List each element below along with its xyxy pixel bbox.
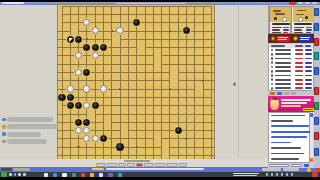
move-control-button[interactable] bbox=[136, 163, 143, 167]
board-intersection[interactable] bbox=[83, 52, 91, 60]
board-intersection[interactable] bbox=[116, 35, 124, 43]
edge-app-button[interactable] bbox=[314, 117, 319, 125]
board-intersection[interactable] bbox=[108, 52, 116, 60]
board-intersection[interactable] bbox=[124, 118, 132, 126]
board-intersection[interactable] bbox=[182, 110, 190, 118]
board-intersection[interactable] bbox=[174, 110, 182, 118]
board-intersection[interactable] bbox=[174, 52, 182, 60]
board-intersection[interactable] bbox=[99, 10, 107, 18]
board-intersection[interactable] bbox=[108, 126, 116, 134]
board-intersection[interactable] bbox=[132, 68, 140, 76]
board-intersection[interactable] bbox=[141, 110, 149, 118]
board-intersection[interactable] bbox=[141, 77, 149, 85]
board-intersection[interactable] bbox=[108, 85, 116, 93]
board-intersection[interactable] bbox=[149, 68, 157, 76]
board-intersection[interactable] bbox=[91, 77, 99, 85]
move-control-button[interactable] bbox=[179, 163, 187, 167]
board-intersection[interactable] bbox=[149, 118, 157, 126]
statusbar-right-button[interactable] bbox=[262, 168, 281, 172]
board-intersection[interactable] bbox=[74, 143, 82, 151]
player-card-left[interactable] bbox=[269, 6, 291, 34]
board-intersection[interactable] bbox=[191, 27, 199, 35]
board-intersection[interactable] bbox=[199, 2, 207, 10]
board-intersection[interactable] bbox=[157, 101, 165, 109]
tray-icon[interactable] bbox=[281, 173, 283, 175]
board-intersection[interactable] bbox=[141, 60, 149, 68]
board-intersection[interactable] bbox=[166, 68, 174, 76]
board-intersection[interactable] bbox=[166, 143, 174, 151]
board-intersection[interactable] bbox=[141, 2, 149, 10]
board-intersection[interactable] bbox=[74, 93, 82, 101]
board-intersection[interactable] bbox=[58, 35, 66, 43]
board-intersection[interactable] bbox=[141, 35, 149, 43]
titlebar-button[interactable] bbox=[305, 2, 310, 4]
board-intersection[interactable] bbox=[132, 2, 140, 10]
board-intersection[interactable] bbox=[191, 35, 199, 43]
board-intersection[interactable] bbox=[99, 2, 107, 10]
board-intersection[interactable] bbox=[199, 10, 207, 18]
board-intersection[interactable] bbox=[91, 110, 99, 118]
board-intersection[interactable] bbox=[108, 93, 116, 101]
board-intersection[interactable] bbox=[132, 85, 140, 93]
board-intersection[interactable] bbox=[108, 10, 116, 18]
board-intersection[interactable] bbox=[99, 18, 107, 26]
board-intersection[interactable] bbox=[191, 77, 199, 85]
board-intersection[interactable] bbox=[124, 93, 132, 101]
board-intersection[interactable] bbox=[124, 126, 132, 134]
board-intersection[interactable] bbox=[124, 77, 132, 85]
tray-icon[interactable] bbox=[286, 173, 288, 175]
statusbar-red-icon[interactable] bbox=[316, 168, 320, 171]
board-intersection[interactable] bbox=[207, 60, 215, 68]
statusbar-right-button2[interactable] bbox=[283, 168, 299, 172]
board-intersection[interactable] bbox=[116, 52, 124, 60]
chat-scrollbar-thumb[interactable] bbox=[310, 113, 313, 118]
board-intersection[interactable] bbox=[58, 43, 66, 51]
edge-app-button[interactable] bbox=[314, 23, 319, 31]
board-intersection[interactable] bbox=[66, 135, 74, 143]
board-intersection[interactable] bbox=[91, 10, 99, 18]
mini-toolbar-button[interactable] bbox=[284, 92, 290, 95]
board-intersection[interactable] bbox=[166, 10, 174, 18]
board-intersection[interactable] bbox=[207, 2, 215, 10]
board-intersection[interactable] bbox=[91, 126, 99, 134]
board-intersection[interactable] bbox=[108, 135, 116, 143]
board-intersection[interactable] bbox=[149, 18, 157, 26]
board-intersection[interactable] bbox=[157, 110, 165, 118]
board-intersection[interactable] bbox=[141, 43, 149, 51]
board-intersection[interactable] bbox=[108, 118, 116, 126]
board-intersection[interactable] bbox=[99, 77, 107, 85]
board-intersection[interactable] bbox=[124, 52, 132, 60]
board-intersection[interactable] bbox=[99, 93, 107, 101]
board-intersection[interactable] bbox=[191, 110, 199, 118]
board-intersection[interactable] bbox=[207, 101, 215, 109]
board-intersection[interactable] bbox=[91, 18, 99, 26]
board-intersection[interactable] bbox=[99, 27, 107, 35]
board-intersection[interactable] bbox=[166, 43, 174, 51]
move-control-button[interactable] bbox=[166, 163, 178, 167]
board-intersection[interactable] bbox=[83, 10, 91, 18]
board-intersection[interactable] bbox=[182, 60, 190, 68]
go-board[interactable] bbox=[58, 2, 216, 160]
board-intersection[interactable] bbox=[207, 18, 215, 26]
board-intersection[interactable] bbox=[58, 2, 66, 10]
board-intersection[interactable] bbox=[191, 43, 199, 51]
board-intersection[interactable] bbox=[182, 93, 190, 101]
board-intersection[interactable] bbox=[174, 60, 182, 68]
board-intersection[interactable] bbox=[99, 143, 107, 151]
board-intersection[interactable] bbox=[83, 110, 91, 118]
board-intersection[interactable] bbox=[199, 35, 207, 43]
tray-icon[interactable] bbox=[276, 173, 278, 175]
board-intersection[interactable] bbox=[91, 93, 99, 101]
board-intersection[interactable] bbox=[207, 27, 215, 35]
board-intersection[interactable] bbox=[166, 135, 174, 143]
board-intersection[interactable] bbox=[191, 118, 199, 126]
board-intersection[interactable] bbox=[83, 35, 91, 43]
taskbar-corner-icon[interactable] bbox=[312, 172, 318, 177]
board-intersection[interactable] bbox=[149, 10, 157, 18]
board-intersection[interactable] bbox=[166, 77, 174, 85]
board-intersection[interactable] bbox=[58, 85, 66, 93]
board-intersection[interactable] bbox=[182, 143, 190, 151]
board-intersection[interactable] bbox=[74, 27, 82, 35]
move-control-button[interactable] bbox=[96, 163, 106, 167]
board-intersection[interactable] bbox=[149, 93, 157, 101]
board-intersection[interactable] bbox=[174, 68, 182, 76]
chat-scrollbar-button[interactable] bbox=[310, 158, 313, 162]
board-intersection[interactable] bbox=[124, 35, 132, 43]
board-intersection[interactable] bbox=[191, 143, 199, 151]
list-row-text-blur[interactable] bbox=[275, 79, 291, 81]
board-intersection[interactable] bbox=[199, 52, 207, 60]
board-intersection[interactable] bbox=[116, 126, 124, 134]
board-intersection[interactable] bbox=[124, 60, 132, 68]
board-intersection[interactable] bbox=[66, 77, 74, 85]
board-intersection[interactable] bbox=[108, 2, 116, 10]
player-card-right[interactable] bbox=[291, 6, 313, 34]
board-intersection[interactable] bbox=[91, 85, 99, 93]
board-intersection[interactable] bbox=[199, 118, 207, 126]
board-intersection[interactable] bbox=[141, 27, 149, 35]
board-intersection[interactable] bbox=[66, 18, 74, 26]
board-intersection[interactable] bbox=[99, 110, 107, 118]
board-intersection[interactable] bbox=[166, 126, 174, 134]
board-intersection[interactable] bbox=[116, 93, 124, 101]
board-intersection[interactable] bbox=[108, 27, 116, 35]
list-row-text-blur[interactable] bbox=[275, 62, 291, 64]
board-intersection[interactable] bbox=[149, 43, 157, 51]
board-intersection[interactable] bbox=[207, 93, 215, 101]
board-intersection[interactable] bbox=[207, 118, 215, 126]
board-intersection[interactable] bbox=[132, 52, 140, 60]
board-intersection[interactable] bbox=[74, 135, 82, 143]
board-intersection[interactable] bbox=[174, 135, 182, 143]
board-intersection[interactable] bbox=[207, 52, 215, 60]
tray-icon[interactable] bbox=[271, 173, 273, 175]
board-intersection[interactable] bbox=[91, 60, 99, 68]
move-pager-blur[interactable] bbox=[124, 160, 150, 162]
board-intersection[interactable] bbox=[166, 118, 174, 126]
board-intersection[interactable] bbox=[199, 60, 207, 68]
board-intersection[interactable] bbox=[124, 68, 132, 76]
board-intersection[interactable] bbox=[166, 110, 174, 118]
board-intersection[interactable] bbox=[182, 118, 190, 126]
board-intersection[interactable] bbox=[191, 126, 199, 134]
board-intersection[interactable] bbox=[99, 101, 107, 109]
board-intersection[interactable] bbox=[91, 2, 99, 10]
board-intersection[interactable] bbox=[199, 85, 207, 93]
board-intersection[interactable] bbox=[74, 18, 82, 26]
board-intersection[interactable] bbox=[83, 77, 91, 85]
board-intersection[interactable] bbox=[199, 68, 207, 76]
board-intersection[interactable] bbox=[157, 93, 165, 101]
board-intersection[interactable] bbox=[132, 43, 140, 51]
board-intersection[interactable] bbox=[66, 60, 74, 68]
board-intersection[interactable] bbox=[182, 52, 190, 60]
board-intersection[interactable] bbox=[149, 135, 157, 143]
board-intersection[interactable] bbox=[157, 18, 165, 26]
board-intersection[interactable] bbox=[182, 101, 190, 109]
chat-scrollbar[interactable] bbox=[310, 112, 313, 163]
board-intersection[interactable] bbox=[124, 135, 132, 143]
board-intersection[interactable] bbox=[116, 2, 124, 10]
board-intersection[interactable] bbox=[174, 77, 182, 85]
board-intersection[interactable] bbox=[108, 68, 116, 76]
board-intersection[interactable] bbox=[116, 85, 124, 93]
board-intersection[interactable] bbox=[191, 60, 199, 68]
board-intersection[interactable] bbox=[182, 35, 190, 43]
board-intersection[interactable] bbox=[182, 85, 190, 93]
edge-app-button[interactable] bbox=[314, 132, 319, 140]
board-intersection[interactable] bbox=[132, 118, 140, 126]
board-intersection[interactable] bbox=[108, 143, 116, 151]
board-intersection[interactable] bbox=[132, 35, 140, 43]
board-intersection[interactable] bbox=[66, 110, 74, 118]
board-intersection[interactable] bbox=[191, 93, 199, 101]
board-intersection[interactable] bbox=[66, 2, 74, 10]
board-intersection[interactable] bbox=[99, 126, 107, 134]
board-intersection[interactable] bbox=[116, 18, 124, 26]
mini-toolbar-button[interactable] bbox=[270, 92, 276, 95]
board-intersection[interactable] bbox=[91, 68, 99, 76]
board-intersection[interactable] bbox=[207, 143, 215, 151]
board-intersection[interactable] bbox=[132, 126, 140, 134]
board-intersection[interactable] bbox=[132, 60, 140, 68]
board-intersection[interactable] bbox=[66, 68, 74, 76]
board-intersection[interactable] bbox=[83, 2, 91, 10]
board-intersection[interactable] bbox=[108, 43, 116, 51]
board-intersection[interactable] bbox=[91, 118, 99, 126]
board-intersection[interactable] bbox=[182, 43, 190, 51]
board-intersection[interactable] bbox=[116, 77, 124, 85]
board-intersection[interactable] bbox=[116, 68, 124, 76]
board-intersection[interactable] bbox=[66, 27, 74, 35]
board-intersection[interactable] bbox=[157, 35, 165, 43]
board-intersection[interactable] bbox=[58, 135, 66, 143]
board-intersection[interactable] bbox=[166, 18, 174, 26]
board-intersection[interactable] bbox=[124, 85, 132, 93]
board-intersection[interactable] bbox=[58, 10, 66, 18]
board-intersection[interactable] bbox=[207, 110, 215, 118]
board-intersection[interactable] bbox=[166, 52, 174, 60]
board-intersection[interactable] bbox=[149, 101, 157, 109]
board-intersection[interactable] bbox=[207, 135, 215, 143]
board-intersection[interactable] bbox=[174, 93, 182, 101]
mini-toolbar-button[interactable] bbox=[277, 92, 283, 95]
board-intersection[interactable] bbox=[66, 52, 74, 60]
board-intersection[interactable] bbox=[174, 85, 182, 93]
board-intersection[interactable] bbox=[199, 43, 207, 51]
board-intersection[interactable] bbox=[74, 10, 82, 18]
board-intersection[interactable] bbox=[199, 18, 207, 26]
board-intersection[interactable] bbox=[108, 110, 116, 118]
board-intersection[interactable] bbox=[174, 27, 182, 35]
board-intersection[interactable] bbox=[157, 60, 165, 68]
board-intersection[interactable] bbox=[191, 52, 199, 60]
edge-app-button[interactable] bbox=[314, 8, 319, 16]
statusbar-left-button[interactable] bbox=[1, 168, 12, 172]
board-intersection[interactable] bbox=[174, 10, 182, 18]
board-intersection[interactable] bbox=[149, 143, 157, 151]
board-intersection[interactable] bbox=[108, 18, 116, 26]
board-intersection[interactable] bbox=[58, 60, 66, 68]
board-intersection[interactable] bbox=[157, 2, 165, 10]
board-intersection[interactable] bbox=[124, 18, 132, 26]
board-intersection[interactable] bbox=[99, 35, 107, 43]
board-intersection[interactable] bbox=[157, 143, 165, 151]
board-intersection[interactable] bbox=[141, 143, 149, 151]
board-intersection[interactable] bbox=[83, 60, 91, 68]
board-intersection[interactable] bbox=[141, 135, 149, 143]
board-intersection[interactable] bbox=[116, 110, 124, 118]
board-intersection[interactable] bbox=[149, 77, 157, 85]
board-intersection[interactable] bbox=[157, 10, 165, 18]
board-intersection[interactable] bbox=[66, 43, 74, 51]
board-intersection[interactable] bbox=[182, 68, 190, 76]
list-row-text-blur[interactable] bbox=[275, 70, 291, 72]
edge-app-button[interactable] bbox=[314, 87, 319, 95]
board-intersection[interactable] bbox=[166, 101, 174, 109]
board-intersection[interactable] bbox=[99, 68, 107, 76]
board-intersection[interactable] bbox=[207, 43, 215, 51]
quicklaunch-icon[interactable] bbox=[14, 173, 17, 176]
board-intersection[interactable] bbox=[58, 101, 66, 109]
list-row-text-blur[interactable] bbox=[275, 49, 291, 51]
board-intersection[interactable] bbox=[191, 10, 199, 18]
board-intersection[interactable] bbox=[141, 126, 149, 134]
board-intersection[interactable] bbox=[166, 85, 174, 93]
move-control-button[interactable] bbox=[127, 163, 135, 167]
list-row-text-blur[interactable] bbox=[275, 66, 291, 68]
board-intersection[interactable] bbox=[182, 126, 190, 134]
board-intersection[interactable] bbox=[149, 2, 157, 10]
board-intersection[interactable] bbox=[207, 10, 215, 18]
board-intersection[interactable] bbox=[74, 43, 82, 51]
board-intersection[interactable] bbox=[207, 85, 215, 93]
list-row-text-blur[interactable] bbox=[275, 53, 291, 55]
board-intersection[interactable] bbox=[157, 68, 165, 76]
mini-toolbar-button[interactable] bbox=[291, 92, 297, 95]
board-intersection[interactable] bbox=[149, 110, 157, 118]
board-intersection[interactable] bbox=[108, 60, 116, 68]
start-button[interactable] bbox=[1, 172, 8, 176]
board-intersection[interactable] bbox=[166, 27, 174, 35]
board-intersection[interactable] bbox=[157, 135, 165, 143]
board-intersection[interactable] bbox=[108, 35, 116, 43]
board-intersection[interactable] bbox=[58, 143, 66, 151]
board-intersection[interactable] bbox=[132, 77, 140, 85]
board-intersection[interactable] bbox=[166, 60, 174, 68]
board-intersection[interactable] bbox=[83, 143, 91, 151]
move-control-button[interactable] bbox=[118, 163, 126, 167]
board-intersection[interactable] bbox=[74, 2, 82, 10]
board-intersection[interactable] bbox=[83, 27, 91, 35]
board-intersection[interactable] bbox=[199, 143, 207, 151]
board-intersection[interactable] bbox=[149, 52, 157, 60]
board-intersection[interactable] bbox=[207, 77, 215, 85]
chat-input-field[interactable] bbox=[269, 164, 289, 167]
board-intersection[interactable] bbox=[74, 110, 82, 118]
board-intersection[interactable] bbox=[191, 2, 199, 10]
board-intersection[interactable] bbox=[132, 110, 140, 118]
board-intersection[interactable] bbox=[124, 10, 132, 18]
board-intersection[interactable] bbox=[124, 27, 132, 35]
move-control-button[interactable] bbox=[155, 163, 165, 167]
board-intersection[interactable] bbox=[58, 52, 66, 60]
board-intersection[interactable] bbox=[99, 52, 107, 60]
board-intersection[interactable] bbox=[132, 10, 140, 18]
board-intersection[interactable] bbox=[132, 93, 140, 101]
quicklaunch-icon[interactable] bbox=[23, 173, 26, 176]
ad-button[interactable] bbox=[303, 108, 315, 112]
board-intersection[interactable] bbox=[174, 143, 182, 151]
board-intersection[interactable] bbox=[157, 27, 165, 35]
board-intersection[interactable] bbox=[166, 2, 174, 10]
board-intersection[interactable] bbox=[141, 101, 149, 109]
board-intersection[interactable] bbox=[199, 93, 207, 101]
board-intersection[interactable] bbox=[132, 101, 140, 109]
move-control-button[interactable] bbox=[107, 163, 117, 167]
chat-option-button[interactable] bbox=[304, 164, 309, 168]
board-intersection[interactable] bbox=[124, 2, 132, 10]
board-intersection[interactable] bbox=[58, 27, 66, 35]
board-intersection[interactable] bbox=[166, 93, 174, 101]
board-intersection[interactable] bbox=[157, 126, 165, 134]
board-intersection[interactable] bbox=[191, 18, 199, 26]
board-intersection[interactable] bbox=[157, 52, 165, 60]
quicklaunch-icon[interactable] bbox=[9, 173, 12, 176]
board-intersection[interactable] bbox=[116, 101, 124, 109]
board-intersection[interactable] bbox=[99, 118, 107, 126]
board-intersection[interactable] bbox=[199, 135, 207, 143]
board-intersection[interactable] bbox=[207, 126, 215, 134]
board-intersection[interactable] bbox=[149, 85, 157, 93]
board-intersection[interactable] bbox=[99, 60, 107, 68]
board-intersection[interactable] bbox=[149, 126, 157, 134]
board-intersection[interactable] bbox=[166, 35, 174, 43]
edge-app-button[interactable] bbox=[314, 38, 319, 46]
board-intersection[interactable] bbox=[149, 60, 157, 68]
board-intersection[interactable] bbox=[191, 135, 199, 143]
board-intersection[interactable] bbox=[116, 10, 124, 18]
board-intersection[interactable] bbox=[182, 77, 190, 85]
board-intersection[interactable] bbox=[141, 52, 149, 60]
board-intersection[interactable] bbox=[149, 27, 157, 35]
board-intersection[interactable] bbox=[191, 68, 199, 76]
board-intersection[interactable] bbox=[116, 60, 124, 68]
